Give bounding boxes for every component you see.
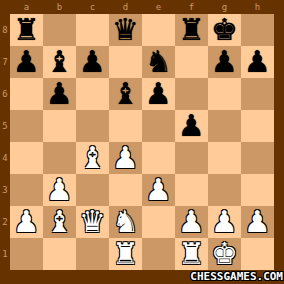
square-b2[interactable]: ♝ <box>43 206 76 238</box>
square-h4[interactable] <box>241 142 274 174</box>
square-c3[interactable] <box>76 174 109 206</box>
square-b1[interactable] <box>43 238 76 270</box>
square-e1[interactable] <box>142 238 175 270</box>
white-bishop: ♝ <box>43 206 76 238</box>
square-d7[interactable] <box>109 46 142 78</box>
square-c4[interactable]: ♝ <box>76 142 109 174</box>
white-pawn: ♟ <box>10 206 43 238</box>
square-b6[interactable]: ♟ <box>43 78 76 110</box>
square-b7[interactable]: ♝ <box>43 46 76 78</box>
white-pawn: ♟ <box>142 174 175 206</box>
square-c8[interactable] <box>76 14 109 46</box>
square-f8[interactable]: ♜ <box>175 14 208 46</box>
square-e3[interactable]: ♟ <box>142 174 175 206</box>
rank-label-3: 3 <box>0 174 10 206</box>
square-f1[interactable]: ♜ <box>175 238 208 270</box>
square-g5[interactable] <box>208 110 241 142</box>
square-h8[interactable] <box>241 14 274 46</box>
square-d2[interactable]: ♞ <box>109 206 142 238</box>
square-c2[interactable]: ♛ <box>76 206 109 238</box>
square-c6[interactable] <box>76 78 109 110</box>
black-pawn: ♟ <box>142 78 175 110</box>
black-bishop: ♝ <box>43 46 76 78</box>
file-label-c: c <box>76 0 109 14</box>
square-h1[interactable] <box>241 238 274 270</box>
square-b3[interactable]: ♟ <box>43 174 76 206</box>
chess-board-frame: abcdefgh 87654321 ♜♛♜♚♟♝♟♞♟♟♟♝♟♟♝♟♟♟♟♝♛♞… <box>0 0 284 284</box>
square-h2[interactable]: ♟ <box>241 206 274 238</box>
file-label-e: e <box>142 0 175 14</box>
square-f3[interactable] <box>175 174 208 206</box>
square-e5[interactable] <box>142 110 175 142</box>
square-c1[interactable] <box>76 238 109 270</box>
square-g2[interactable]: ♟ <box>208 206 241 238</box>
black-pawn: ♟ <box>241 46 274 78</box>
square-a2[interactable]: ♟ <box>10 206 43 238</box>
white-pawn: ♟ <box>208 206 241 238</box>
black-pawn: ♟ <box>76 46 109 78</box>
square-c5[interactable] <box>76 110 109 142</box>
black-pawn: ♟ <box>175 110 208 142</box>
square-a1[interactable] <box>10 238 43 270</box>
white-knight: ♞ <box>109 206 142 238</box>
rank-label-7: 7 <box>0 46 10 78</box>
white-king: ♚ <box>208 238 241 270</box>
square-f6[interactable] <box>175 78 208 110</box>
square-a8[interactable]: ♜ <box>10 14 43 46</box>
square-b4[interactable] <box>43 142 76 174</box>
white-rook: ♜ <box>175 238 208 270</box>
white-pawn: ♟ <box>241 206 274 238</box>
square-h7[interactable]: ♟ <box>241 46 274 78</box>
square-a3[interactable] <box>10 174 43 206</box>
square-e4[interactable] <box>142 142 175 174</box>
square-g1[interactable]: ♚ <box>208 238 241 270</box>
rank-label-4: 4 <box>0 142 10 174</box>
watermark-chessgames: CHESSGAMES.COM <box>190 271 283 283</box>
black-rook: ♜ <box>175 14 208 46</box>
square-g8[interactable]: ♚ <box>208 14 241 46</box>
square-a5[interactable] <box>10 110 43 142</box>
file-label-b: b <box>43 0 76 14</box>
black-queen: ♛ <box>109 14 142 46</box>
rank-label-1: 1 <box>0 238 10 270</box>
black-pawn: ♟ <box>208 46 241 78</box>
black-bishop: ♝ <box>109 78 142 110</box>
white-pawn: ♟ <box>175 206 208 238</box>
black-pawn: ♟ <box>43 78 76 110</box>
square-e8[interactable] <box>142 14 175 46</box>
square-h3[interactable] <box>241 174 274 206</box>
square-e7[interactable]: ♞ <box>142 46 175 78</box>
square-d6[interactable]: ♝ <box>109 78 142 110</box>
rank-label-6: 6 <box>0 78 10 110</box>
square-h6[interactable] <box>241 78 274 110</box>
square-f2[interactable]: ♟ <box>175 206 208 238</box>
square-h5[interactable] <box>241 110 274 142</box>
black-knight: ♞ <box>142 46 175 78</box>
square-c7[interactable]: ♟ <box>76 46 109 78</box>
file-label-h: h <box>241 0 274 14</box>
rank-label-8: 8 <box>0 14 10 46</box>
square-d3[interactable] <box>109 174 142 206</box>
square-f5[interactable]: ♟ <box>175 110 208 142</box>
black-king: ♚ <box>208 14 241 46</box>
chess-board: ♜♛♜♚♟♝♟♞♟♟♟♝♟♟♝♟♟♟♟♝♛♞♟♟♟♜♜♚ <box>10 14 274 270</box>
rank-labels: 87654321 <box>0 14 10 270</box>
rank-label-5: 5 <box>0 110 10 142</box>
square-g6[interactable] <box>208 78 241 110</box>
square-g4[interactable] <box>208 142 241 174</box>
square-f7[interactable] <box>175 46 208 78</box>
square-g7[interactable]: ♟ <box>208 46 241 78</box>
rank-label-2: 2 <box>0 206 10 238</box>
square-e6[interactable]: ♟ <box>142 78 175 110</box>
square-d8[interactable]: ♛ <box>109 14 142 46</box>
black-rook: ♜ <box>10 14 43 46</box>
white-rook: ♜ <box>109 238 142 270</box>
square-a7[interactable]: ♟ <box>10 46 43 78</box>
white-pawn: ♟ <box>43 174 76 206</box>
square-b8[interactable] <box>43 14 76 46</box>
white-bishop: ♝ <box>76 142 109 174</box>
square-a6[interactable] <box>10 78 43 110</box>
square-d5[interactable] <box>109 110 142 142</box>
square-e2[interactable] <box>142 206 175 238</box>
square-d1[interactable]: ♜ <box>109 238 142 270</box>
square-f4[interactable] <box>175 142 208 174</box>
black-pawn: ♟ <box>10 46 43 78</box>
square-b5[interactable] <box>43 110 76 142</box>
white-pawn: ♟ <box>109 142 142 174</box>
square-a4[interactable] <box>10 142 43 174</box>
square-d4[interactable]: ♟ <box>109 142 142 174</box>
square-g3[interactable] <box>208 174 241 206</box>
white-queen: ♛ <box>76 206 109 238</box>
